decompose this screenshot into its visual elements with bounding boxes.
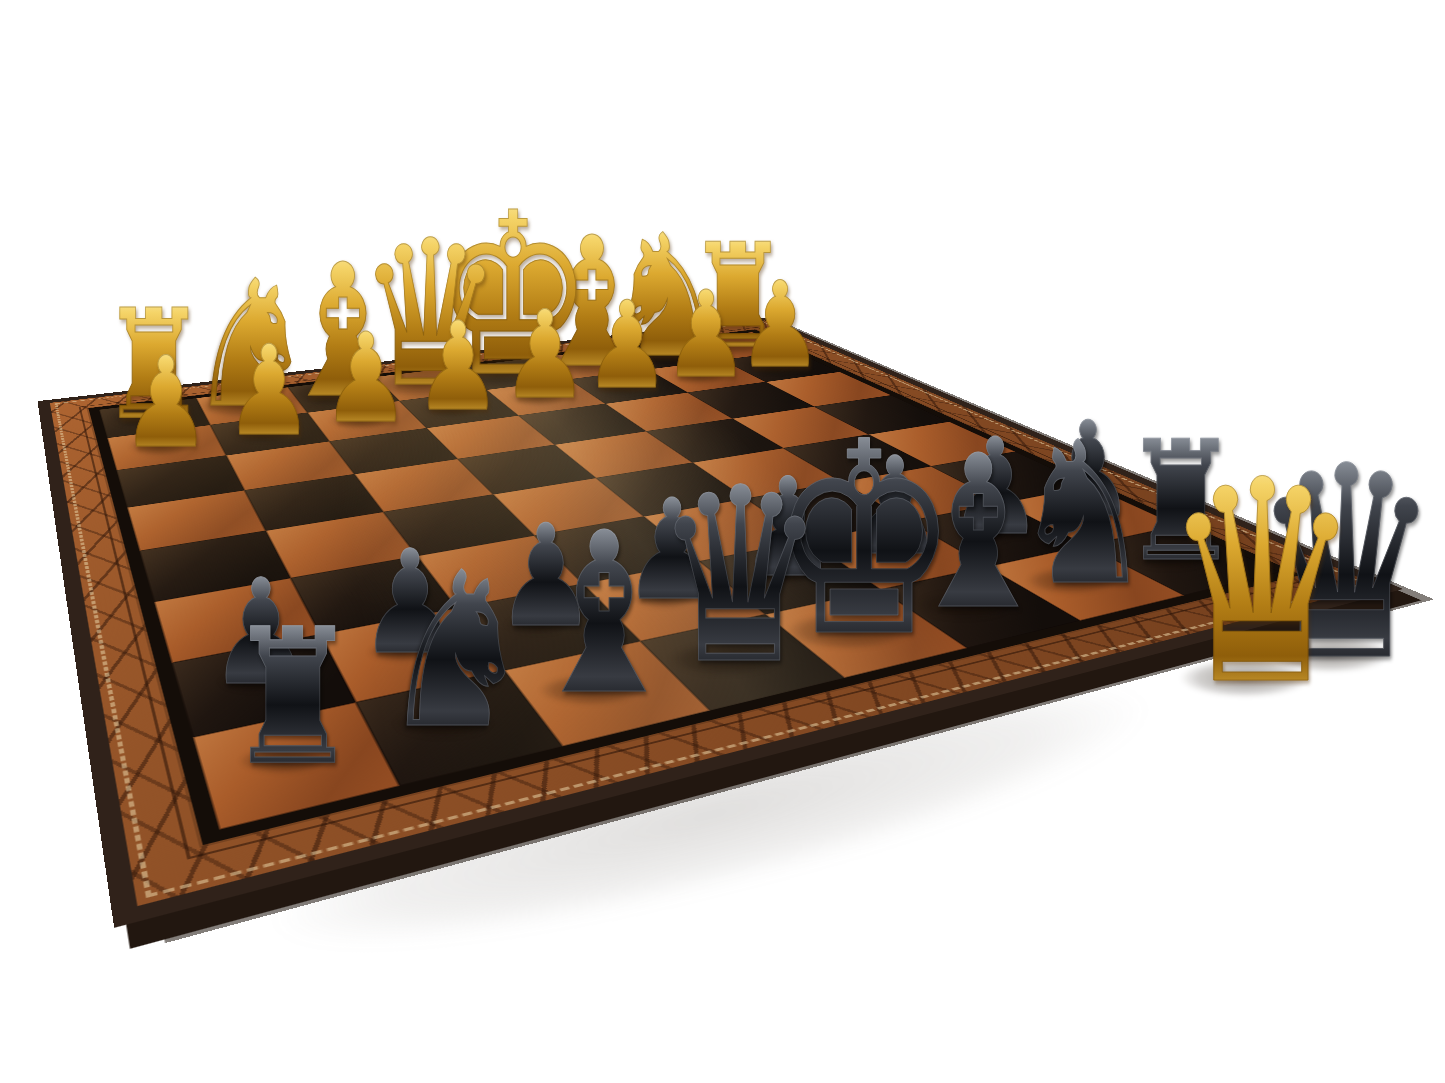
scene: ♜♞♝♛♚♝♞♜♟♟♟♟♟♟♟♟♟♟♟♟♟♟♟♟♜♞♝♛♚♝♞♜♛♛: [0, 0, 1445, 1083]
